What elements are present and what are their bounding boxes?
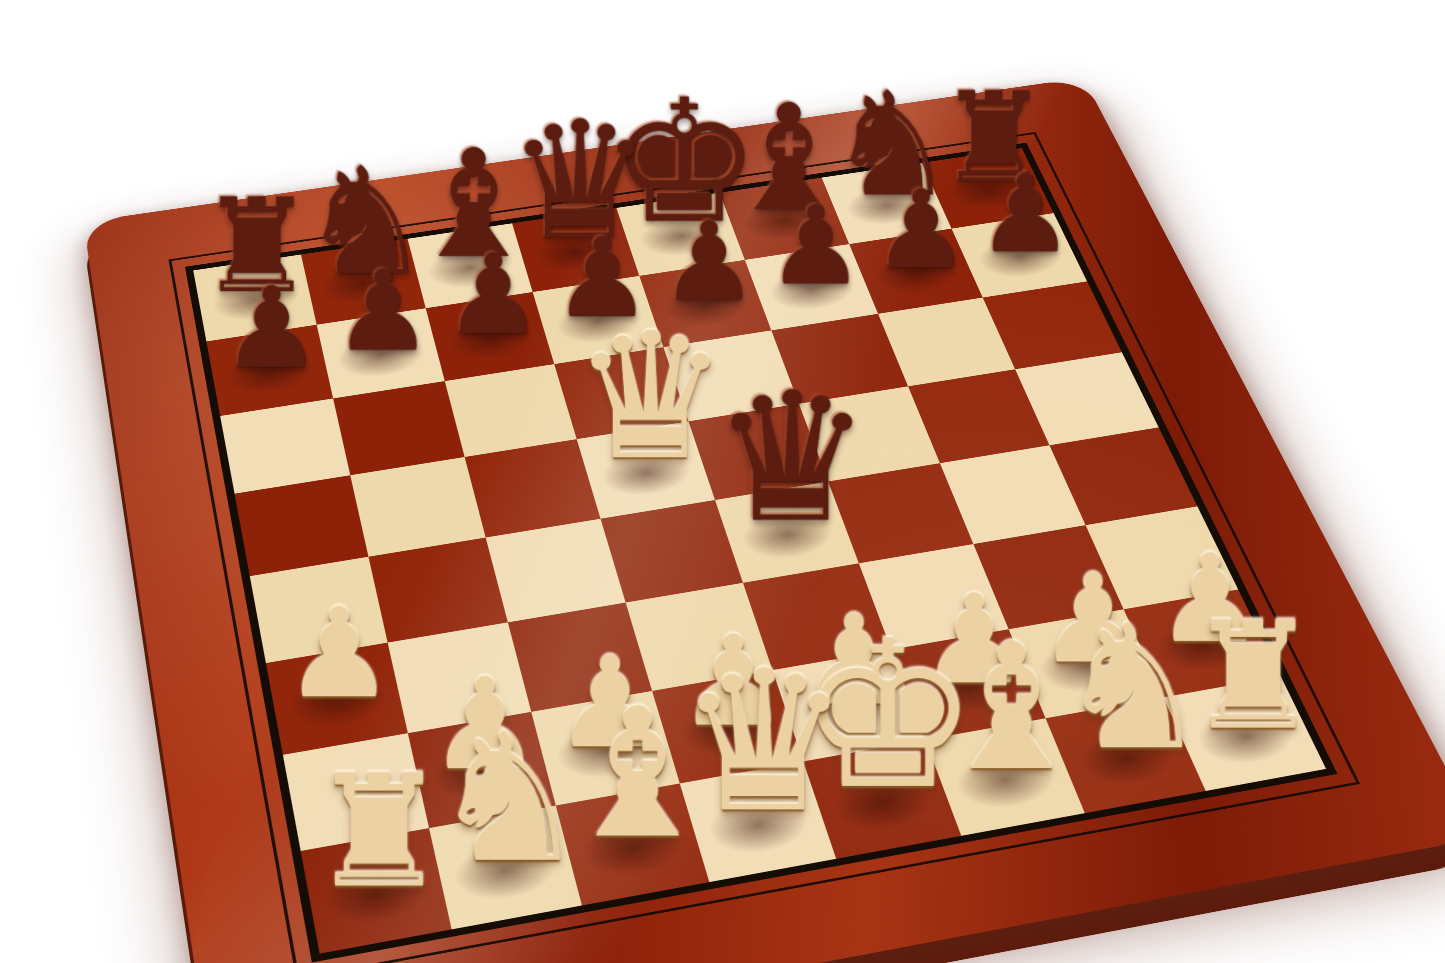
- white-knight-glyph: ♞: [430, 709, 589, 886]
- piece-black-pawn-c7[interactable]: ♟: [425, 292, 554, 381]
- black-pawn-glyph: ♟: [873, 176, 970, 284]
- black-queen-glyph: ♛: [712, 369, 872, 548]
- piece-white-queen-d5[interactable]: ♛: [577, 422, 715, 519]
- photo-scene: ♜♞♝♛♚♝♞♜♟♟♟♟♟♟♟♟♛♛♟♟♟♟♟♟♟♟♜♞♝♛♚♝♞♜: [0, 0, 1445, 963]
- pieces-layer: ♜♞♝♛♚♝♞♜♟♟♟♟♟♟♟♟♛♛♟♟♟♟♟♟♟♟♜♞♝♛♚♝♞♜: [193, 148, 1326, 954]
- piece-white-pawn-a3[interactable]: ♟: [266, 642, 408, 754]
- piece-black-pawn-a7[interactable]: ♟: [206, 325, 332, 416]
- black-pawn-glyph: ♟: [767, 192, 864, 301]
- page-background: { "game": "chess", "scene": "Overhead-an…: [0, 0, 1445, 963]
- black-pawn-glyph: ♟: [977, 161, 1073, 268]
- black-pawn-glyph: ♟: [222, 273, 322, 385]
- white-pawn-glyph: ♟: [284, 592, 395, 716]
- piece-black-pawn-b7[interactable]: ♟: [316, 308, 444, 398]
- black-pawn-glyph: ♟: [333, 256, 433, 367]
- white-rook-glyph: ♜: [309, 754, 449, 910]
- chess-board: ♜♞♝♛♚♝♞♜♟♟♟♟♟♟♟♟♛♛♟♟♟♟♟♟♟♟♜♞♝♛♚♝♞♜: [83, 78, 1445, 963]
- white-queen-glyph: ♛: [572, 310, 729, 485]
- piece-black-queen-e4[interactable]: ♛: [715, 482, 859, 583]
- black-pawn-glyph: ♟: [444, 240, 543, 350]
